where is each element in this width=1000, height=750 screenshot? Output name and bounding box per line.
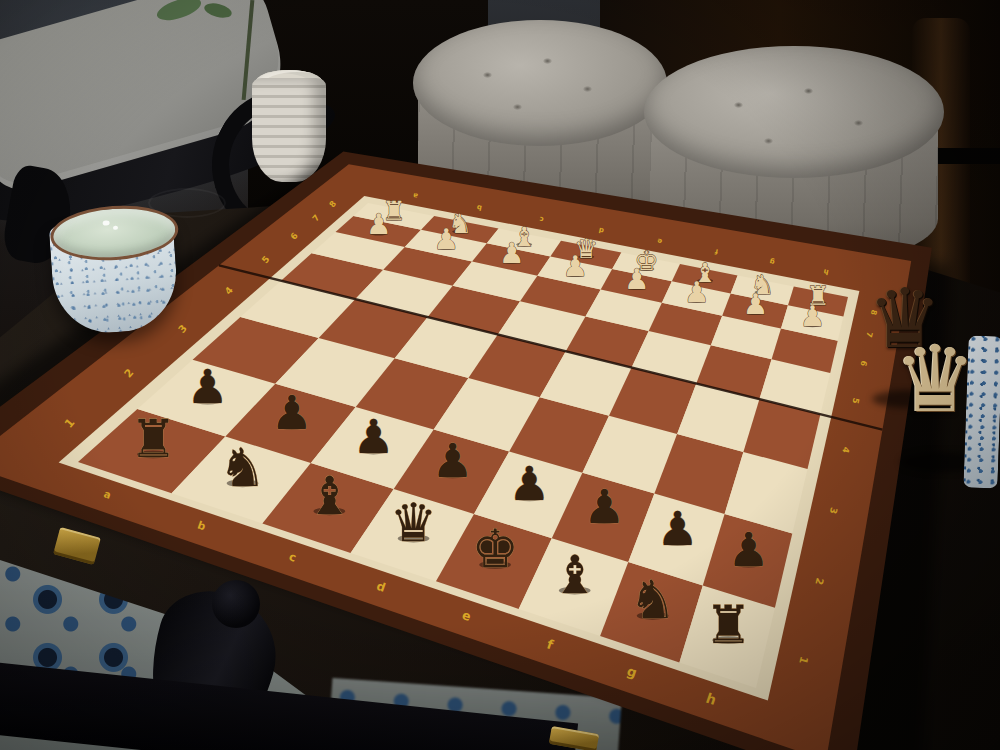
chess-board[interactable]: aabbccddeeffgghh1122334455667788♜♞♝♛♚♝♞♜… bbox=[0, 0, 1000, 750]
piece-dark-pawn-f2[interactable]: ♟ bbox=[583, 479, 625, 534]
teacup[interactable] bbox=[46, 202, 185, 341]
blue-floral-ceramic bbox=[963, 335, 1000, 488]
piece-dark-pawn-b2[interactable]: ♟ bbox=[271, 385, 313, 440]
piece-white-pawn-c7[interactable]: ♟ bbox=[499, 237, 524, 270]
photo-scene: aabbccddeeffgghh1122334455667788♜♞♝♛♚♝♞♜… bbox=[0, 0, 1000, 750]
piece-white-pawn-g7[interactable]: ♟ bbox=[743, 288, 768, 321]
piece-white-pawn-e7[interactable]: ♟ bbox=[624, 263, 649, 296]
piece-white-pawn-h7[interactable]: ♟ bbox=[800, 300, 825, 333]
piece-dark-bishop-f1[interactable]: ♝ bbox=[551, 544, 598, 605]
piece-dark-pawn-c2[interactable]: ♟ bbox=[352, 409, 394, 464]
piece-dark-rook-a1[interactable]: ♜ bbox=[129, 408, 176, 469]
piece-white-pawn-d7[interactable]: ♟ bbox=[562, 250, 587, 283]
piece-dark-pawn-g2[interactable]: ♟ bbox=[656, 501, 698, 556]
spare-white-queen[interactable]: ♛ bbox=[894, 334, 976, 426]
piece-dark-rook-h1[interactable]: ♜ bbox=[705, 594, 752, 655]
piece-dark-knight-b1[interactable]: ♞ bbox=[219, 437, 266, 498]
piece-dark-pawn-a2[interactable]: ♟ bbox=[187, 359, 229, 414]
piece-white-pawn-f7[interactable]: ♟ bbox=[684, 276, 709, 309]
piece-white-pawn-a7[interactable]: ♟ bbox=[366, 208, 391, 241]
piece-dark-knight-g1[interactable]: ♞ bbox=[629, 569, 676, 630]
piece-dark-king-e1[interactable]: ♚ bbox=[471, 518, 518, 579]
piece-dark-pawn-e2[interactable]: ♟ bbox=[508, 456, 550, 511]
piece-dark-pawn-h2[interactable]: ♟ bbox=[728, 522, 770, 577]
piece-dark-pawn-d2[interactable]: ♟ bbox=[432, 433, 474, 488]
piece-dark-queen-d1[interactable]: ♛ bbox=[390, 492, 437, 553]
piece-white-pawn-b7[interactable]: ♟ bbox=[433, 223, 458, 256]
piece-dark-bishop-c1[interactable]: ♝ bbox=[306, 465, 353, 526]
